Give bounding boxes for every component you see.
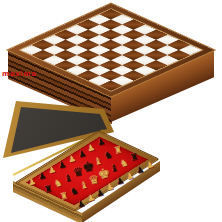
- watermark-text: maxima: [2, 70, 37, 78]
- open-chess-case: ♟♟♟♟♟♟♟♟♜♞♝♛♚♝♞♜♜♞♝♛♚♝♞♜♟♟♟♟♟♟♟♟: [0, 0, 222, 222]
- stored-piece-knight: ♞: [53, 178, 64, 189]
- stored-piece-pawn: ♟: [87, 143, 96, 153]
- stored-piece-knight: ♞: [119, 157, 130, 168]
- stored-piece-bishop: ♝: [63, 172, 74, 183]
- stored-piece-bishop: ♝: [109, 163, 120, 174]
- stored-piece-knight: ♞: [102, 150, 113, 161]
- stored-piece-pawn: ♟: [77, 148, 86, 158]
- stored-piece-pawn: ♟: [67, 154, 76, 164]
- stored-piece-rook: ♜: [112, 144, 123, 155]
- stored-piece-rook: ♜: [43, 183, 54, 194]
- stored-piece-knight: ♞: [69, 185, 80, 196]
- stored-piece-pawn: ♟: [47, 165, 56, 175]
- stored-piece-rook: ♜: [128, 151, 139, 162]
- stored-piece-pawn: ♟: [86, 193, 95, 203]
- stored-piece-pawn: ♟: [37, 171, 46, 181]
- stored-piece-pawn: ♟: [27, 176, 36, 186]
- stored-pieces-layer: ♟♟♟♟♟♟♟♟♜♞♝♛♚♝♞♜♜♞♝♛♚♝♞♜♟♟♟♟♟♟♟♟: [0, 0, 222, 222]
- stored-piece-pawn: ♟: [135, 165, 144, 175]
- stored-piece-pawn: ♟: [97, 137, 106, 147]
- stored-piece-pawn: ♟: [57, 160, 66, 170]
- stored-piece-pawn: ♟: [76, 199, 85, 209]
- stored-piece-rook: ♜: [59, 191, 70, 202]
- stored-piece-pawn: ♟: [96, 187, 105, 197]
- stored-piece-pawn: ♟: [145, 159, 154, 169]
- stored-piece-pawn: ♟: [115, 176, 124, 186]
- stored-piece-pawn: ♟: [106, 182, 115, 192]
- stored-piece-pawn: ♟: [125, 171, 134, 181]
- product-photo-chess-box-set: maxima ♟♟♟♟♟♟♟♟♜♞♝♛♚♝♞♜♜♞♝♛♚♝♞♜♟♟♟♟♟♟♟♟: [0, 0, 222, 222]
